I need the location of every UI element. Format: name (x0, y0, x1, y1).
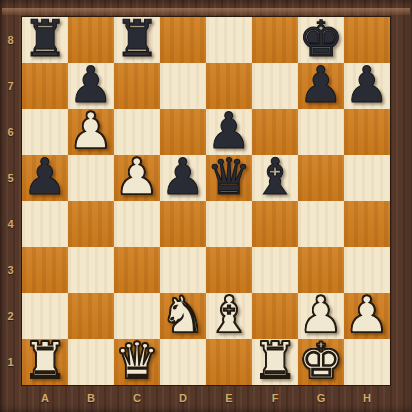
piece-white-queen-c1[interactable]: ♛ (115, 336, 160, 386)
square-e1[interactable] (206, 339, 252, 385)
square-c8[interactable]: ♜ (114, 17, 160, 63)
piece-white-king-g1[interactable]: ♚ (299, 336, 344, 386)
square-g6[interactable] (298, 109, 344, 155)
piece-black-rook-a8[interactable]: ♜ (23, 14, 68, 64)
file-label-a: A (22, 388, 68, 410)
square-c7[interactable] (114, 63, 160, 109)
square-f3[interactable] (252, 247, 298, 293)
chess-board: ♜♜♚♟♟♟♟♟♟♟♟♛♝♞♝♟♟♜♛♜♚ (21, 16, 391, 386)
chess-board-frame: 87654321 ♜♜♚♟♟♟♟♟♟♟♟♛♝♞♝♟♟♜♛♜♚ ABCDEFGH (0, 0, 412, 412)
square-g4[interactable] (298, 201, 344, 247)
square-h5[interactable] (344, 155, 390, 201)
piece-black-rook-c8[interactable]: ♜ (115, 14, 160, 64)
piece-black-bishop-f5[interactable]: ♝ (253, 152, 298, 202)
piece-white-rook-a1[interactable]: ♜ (23, 336, 68, 386)
square-f5[interactable]: ♝ (252, 155, 298, 201)
square-b6[interactable]: ♟ (68, 109, 114, 155)
square-a5[interactable]: ♟ (22, 155, 68, 201)
rank-label-2: 2 (0, 293, 21, 339)
square-g1[interactable]: ♚ (298, 339, 344, 385)
square-a3[interactable] (22, 247, 68, 293)
square-d2[interactable]: ♞ (160, 293, 206, 339)
square-h7[interactable]: ♟ (344, 63, 390, 109)
piece-white-bishop-e2[interactable]: ♝ (207, 290, 252, 340)
square-c3[interactable] (114, 247, 160, 293)
rank-label-8: 8 (0, 17, 21, 63)
rank-label-1: 1 (0, 339, 21, 385)
square-b1[interactable] (68, 339, 114, 385)
square-b3[interactable] (68, 247, 114, 293)
file-label-e: E (206, 388, 252, 410)
square-g5[interactable] (298, 155, 344, 201)
square-b5[interactable] (68, 155, 114, 201)
square-e2[interactable]: ♝ (206, 293, 252, 339)
square-b4[interactable] (68, 201, 114, 247)
square-h4[interactable] (344, 201, 390, 247)
square-c1[interactable]: ♛ (114, 339, 160, 385)
square-h2[interactable]: ♟ (344, 293, 390, 339)
rank-label-7: 7 (0, 63, 21, 109)
rank-label-3: 3 (0, 247, 21, 293)
file-labels: ABCDEFGH (22, 388, 390, 410)
square-h1[interactable] (344, 339, 390, 385)
square-e5[interactable]: ♛ (206, 155, 252, 201)
square-g7[interactable]: ♟ (298, 63, 344, 109)
piece-black-pawn-g7[interactable]: ♟ (299, 60, 344, 110)
square-d5[interactable]: ♟ (160, 155, 206, 201)
piece-white-knight-d2[interactable]: ♞ (161, 290, 206, 340)
square-f1[interactable]: ♜ (252, 339, 298, 385)
file-label-h: H (344, 388, 390, 410)
square-f4[interactable] (252, 201, 298, 247)
rank-label-6: 6 (0, 109, 21, 155)
square-c5[interactable]: ♟ (114, 155, 160, 201)
square-f7[interactable] (252, 63, 298, 109)
square-b2[interactable] (68, 293, 114, 339)
piece-white-pawn-c5[interactable]: ♟ (115, 152, 160, 202)
rank-labels: 87654321 (0, 17, 21, 385)
piece-white-pawn-h2[interactable]: ♟ (345, 290, 390, 340)
square-a4[interactable] (22, 201, 68, 247)
square-a8[interactable]: ♜ (22, 17, 68, 63)
square-a1[interactable]: ♜ (22, 339, 68, 385)
square-d8[interactable] (160, 17, 206, 63)
square-f8[interactable] (252, 17, 298, 63)
square-h6[interactable] (344, 109, 390, 155)
file-label-d: D (160, 388, 206, 410)
piece-black-pawn-a5[interactable]: ♟ (23, 152, 68, 202)
file-label-g: G (298, 388, 344, 410)
file-label-b: B (68, 388, 114, 410)
piece-white-pawn-b6[interactable]: ♟ (69, 106, 114, 156)
piece-black-pawn-d5[interactable]: ♟ (161, 152, 206, 202)
piece-black-queen-e5[interactable]: ♛ (207, 152, 252, 202)
square-c4[interactable] (114, 201, 160, 247)
square-d7[interactable] (160, 63, 206, 109)
square-e8[interactable] (206, 17, 252, 63)
square-d1[interactable] (160, 339, 206, 385)
rank-label-4: 4 (0, 201, 21, 247)
square-a7[interactable] (22, 63, 68, 109)
rank-label-5: 5 (0, 155, 21, 201)
file-label-f: F (252, 388, 298, 410)
square-e4[interactable] (206, 201, 252, 247)
piece-white-rook-f1[interactable]: ♜ (253, 336, 298, 386)
square-d4[interactable] (160, 201, 206, 247)
piece-black-pawn-h7[interactable]: ♟ (345, 60, 390, 110)
file-label-c: C (114, 388, 160, 410)
